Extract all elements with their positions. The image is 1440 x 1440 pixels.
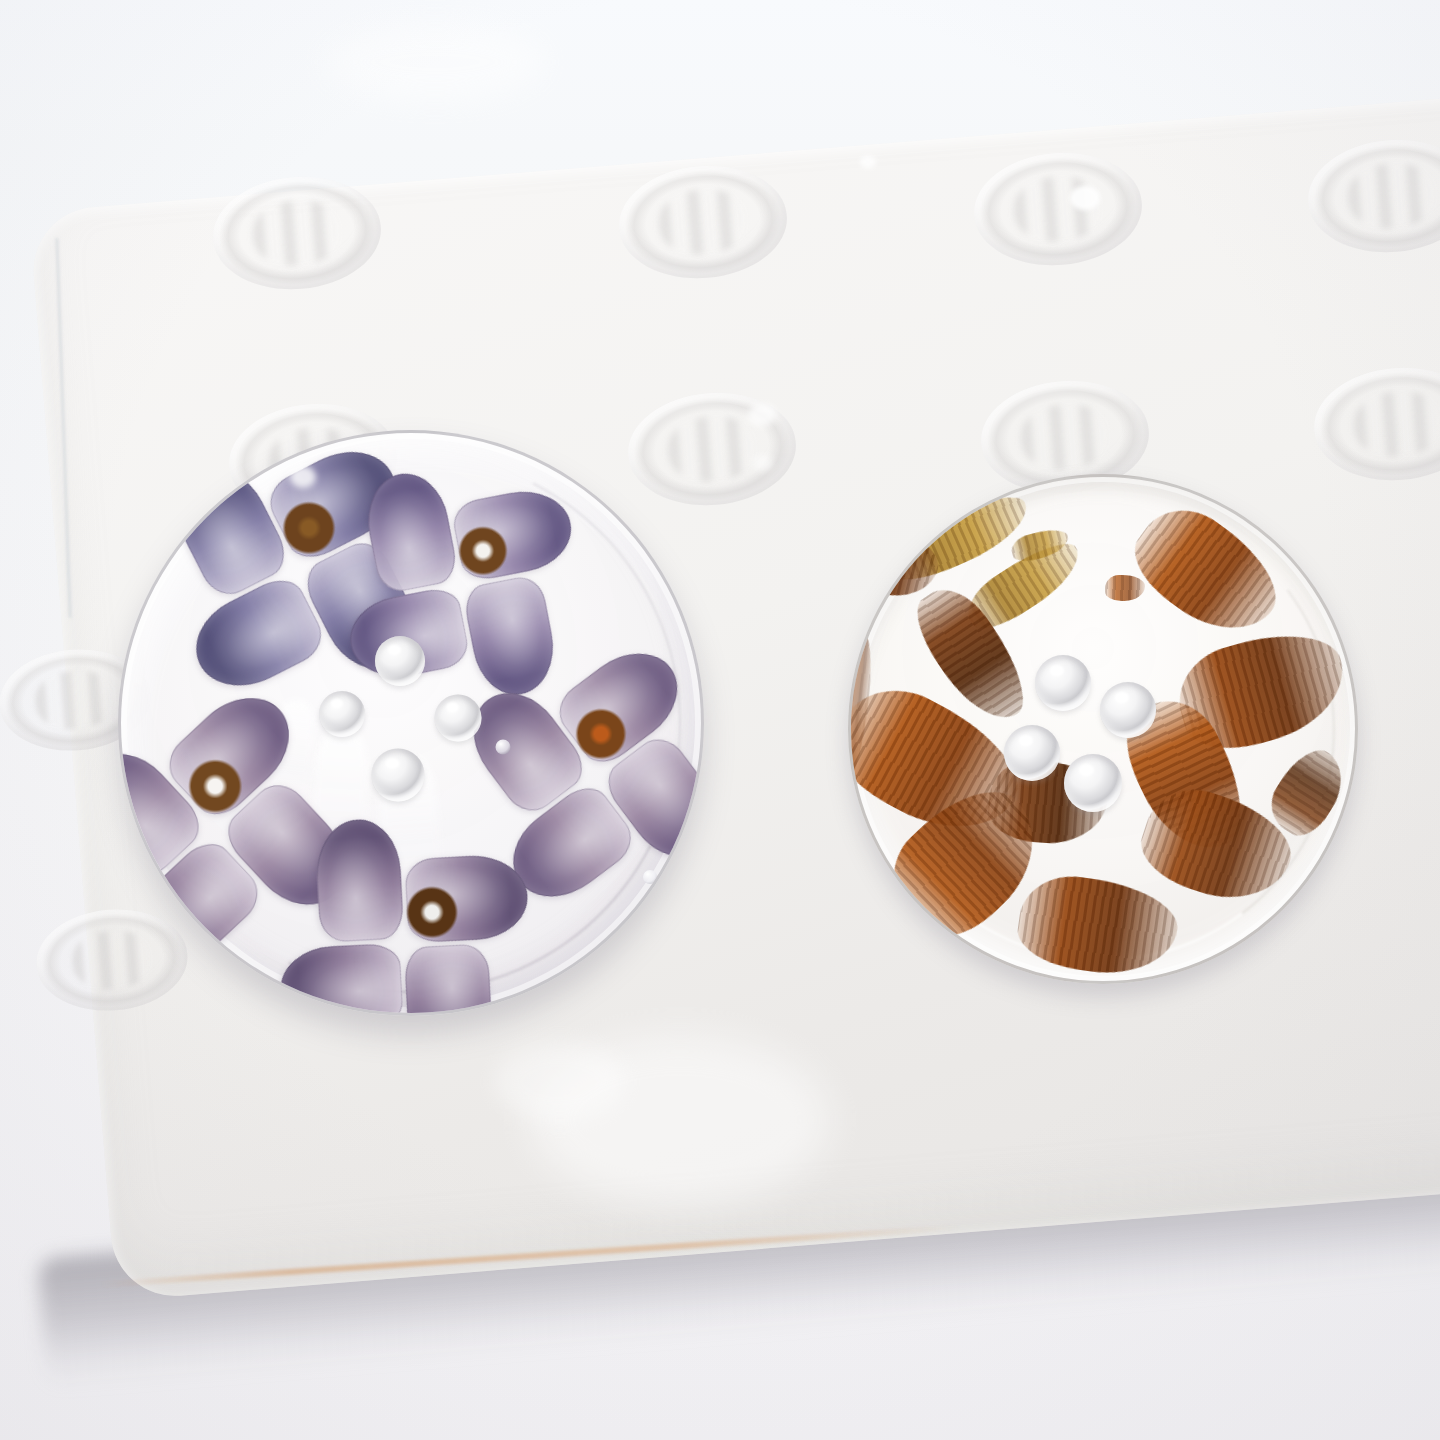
resin-button-conifer-needles bbox=[848, 474, 1358, 984]
mold-cavity bbox=[15, 892, 210, 1029]
button-hole bbox=[435, 695, 482, 742]
mold-cavity bbox=[1284, 120, 1440, 272]
resin-button-lilac-flowers bbox=[118, 430, 704, 1016]
button-hole bbox=[1004, 725, 1060, 781]
button-hole bbox=[1100, 682, 1156, 738]
button-hole bbox=[1064, 754, 1122, 812]
mold-cavity bbox=[595, 146, 811, 298]
button-hole bbox=[319, 691, 365, 737]
air-bubble bbox=[496, 740, 511, 755]
photo-scene bbox=[0, 0, 1440, 1440]
button-hole bbox=[375, 636, 425, 686]
flower-petal bbox=[404, 943, 494, 1016]
button-hole bbox=[1035, 655, 1091, 711]
air-bubble bbox=[643, 870, 657, 884]
flower-petal bbox=[314, 818, 404, 943]
mold-cavity bbox=[189, 157, 405, 309]
mold-cavity bbox=[1290, 348, 1440, 500]
mold-cavity bbox=[604, 373, 820, 525]
mold-cavity bbox=[950, 133, 1166, 285]
button-hole bbox=[372, 749, 425, 802]
